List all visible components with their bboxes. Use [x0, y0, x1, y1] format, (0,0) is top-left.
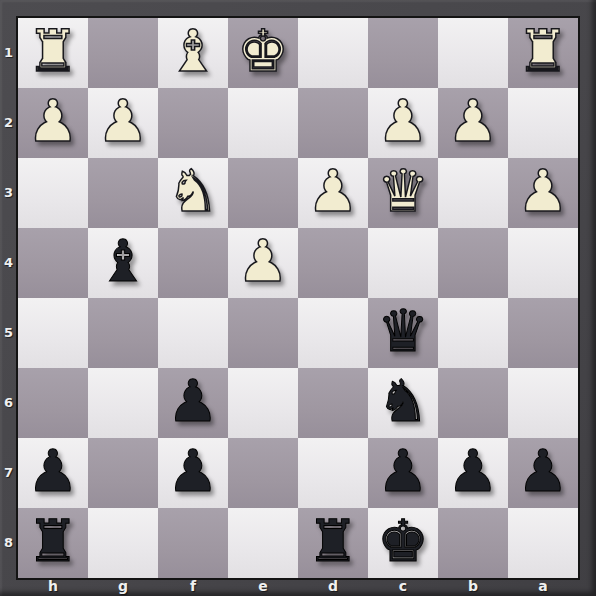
square-f7[interactable]: ♟ [158, 438, 228, 508]
rank-label-4: 4 [0, 254, 17, 272]
square-f4[interactable] [158, 228, 228, 298]
file-label-e: e [228, 579, 298, 595]
square-f5[interactable] [158, 298, 228, 368]
black-pawn[interactable]: ♟ [517, 442, 569, 500]
square-g5[interactable] [88, 298, 158, 368]
square-h6[interactable] [18, 368, 88, 438]
square-h3[interactable] [18, 158, 88, 228]
square-h2[interactable]: ♟ [18, 88, 88, 158]
square-h5[interactable] [18, 298, 88, 368]
black-pawn[interactable]: ♟ [27, 442, 79, 500]
white-knight[interactable]: ♞ [167, 162, 219, 220]
square-g4[interactable]: ♝ [88, 228, 158, 298]
square-c6[interactable]: ♞ [368, 368, 438, 438]
square-a7[interactable]: ♟ [508, 438, 578, 508]
white-pawn[interactable]: ♟ [27, 92, 79, 150]
square-e8[interactable] [228, 508, 298, 578]
white-pawn[interactable]: ♟ [377, 92, 429, 150]
square-b1[interactable] [438, 18, 508, 88]
square-d1[interactable] [298, 18, 368, 88]
square-b3[interactable] [438, 158, 508, 228]
square-c7[interactable]: ♟ [368, 438, 438, 508]
square-a6[interactable] [508, 368, 578, 438]
square-d7[interactable] [298, 438, 368, 508]
black-rook[interactable]: ♜ [307, 512, 359, 570]
square-h4[interactable] [18, 228, 88, 298]
black-queen[interactable]: ♛ [377, 302, 429, 360]
square-f2[interactable] [158, 88, 228, 158]
white-pawn[interactable]: ♟ [237, 232, 289, 290]
rank-label-2: 2 [0, 114, 17, 132]
rank-label-5: 5 [0, 324, 17, 342]
square-g1[interactable] [88, 18, 158, 88]
square-c4[interactable] [368, 228, 438, 298]
square-b4[interactable] [438, 228, 508, 298]
square-b2[interactable]: ♟ [438, 88, 508, 158]
chess-app-window: ♜♝♚♜♟♟♟♟♞♟♛♟♝♟♛♟♞♟♟♟♟♟♜♜♚ 12345678hgfedc… [0, 0, 596, 596]
square-f3[interactable]: ♞ [158, 158, 228, 228]
square-g3[interactable] [88, 158, 158, 228]
square-c2[interactable]: ♟ [368, 88, 438, 158]
square-g6[interactable] [88, 368, 158, 438]
white-king[interactable]: ♚ [237, 22, 289, 80]
file-label-f: f [158, 579, 228, 595]
square-e4[interactable]: ♟ [228, 228, 298, 298]
white-pawn[interactable]: ♟ [447, 92, 499, 150]
rank-label-8: 8 [0, 534, 17, 552]
square-g7[interactable] [88, 438, 158, 508]
square-e6[interactable] [228, 368, 298, 438]
square-c5[interactable]: ♛ [368, 298, 438, 368]
white-bishop[interactable]: ♝ [167, 22, 219, 80]
rank-label-7: 7 [0, 464, 17, 482]
square-b7[interactable]: ♟ [438, 438, 508, 508]
square-d4[interactable] [298, 228, 368, 298]
black-bishop[interactable]: ♝ [97, 232, 149, 290]
white-pawn[interactable]: ♟ [97, 92, 149, 150]
square-a2[interactable] [508, 88, 578, 158]
square-e5[interactable] [228, 298, 298, 368]
black-pawn[interactable]: ♟ [447, 442, 499, 500]
square-h1[interactable]: ♜ [18, 18, 88, 88]
black-pawn[interactable]: ♟ [377, 442, 429, 500]
file-label-d: d [298, 579, 368, 595]
square-e2[interactable] [228, 88, 298, 158]
square-a1[interactable]: ♜ [508, 18, 578, 88]
white-rook[interactable]: ♜ [27, 22, 79, 80]
square-d3[interactable]: ♟ [298, 158, 368, 228]
square-e1[interactable]: ♚ [228, 18, 298, 88]
square-c8[interactable]: ♚ [368, 508, 438, 578]
square-f8[interactable] [158, 508, 228, 578]
square-c3[interactable]: ♛ [368, 158, 438, 228]
square-d6[interactable] [298, 368, 368, 438]
rank-label-6: 6 [0, 394, 17, 412]
square-b5[interactable] [438, 298, 508, 368]
file-label-g: g [88, 579, 158, 595]
square-e3[interactable] [228, 158, 298, 228]
square-h8[interactable]: ♜ [18, 508, 88, 578]
square-b6[interactable] [438, 368, 508, 438]
black-pawn[interactable]: ♟ [167, 372, 219, 430]
square-a4[interactable] [508, 228, 578, 298]
square-a3[interactable]: ♟ [508, 158, 578, 228]
square-e7[interactable] [228, 438, 298, 508]
black-king[interactable]: ♚ [377, 512, 429, 570]
black-pawn[interactable]: ♟ [167, 442, 219, 500]
square-g2[interactable]: ♟ [88, 88, 158, 158]
square-f1[interactable]: ♝ [158, 18, 228, 88]
square-h7[interactable]: ♟ [18, 438, 88, 508]
square-d2[interactable] [298, 88, 368, 158]
white-pawn[interactable]: ♟ [307, 162, 359, 220]
square-g8[interactable] [88, 508, 158, 578]
square-f6[interactable]: ♟ [158, 368, 228, 438]
white-pawn[interactable]: ♟ [517, 162, 569, 220]
square-a8[interactable] [508, 508, 578, 578]
file-label-c: c [368, 579, 438, 595]
square-d8[interactable]: ♜ [298, 508, 368, 578]
square-a5[interactable] [508, 298, 578, 368]
file-label-h: h [18, 579, 88, 595]
chess-board: ♜♝♚♜♟♟♟♟♞♟♛♟♝♟♛♟♞♟♟♟♟♟♜♜♚ [18, 18, 578, 578]
file-label-b: b [438, 579, 508, 595]
file-label-a: a [508, 579, 578, 595]
rank-label-3: 3 [0, 184, 17, 202]
black-rook[interactable]: ♜ [27, 512, 79, 570]
square-b8[interactable] [438, 508, 508, 578]
square-d5[interactable] [298, 298, 368, 368]
square-c1[interactable] [368, 18, 438, 88]
white-queen[interactable]: ♛ [377, 162, 429, 220]
rank-label-1: 1 [0, 44, 17, 62]
black-knight[interactable]: ♞ [377, 372, 429, 430]
white-rook[interactable]: ♜ [517, 22, 569, 80]
